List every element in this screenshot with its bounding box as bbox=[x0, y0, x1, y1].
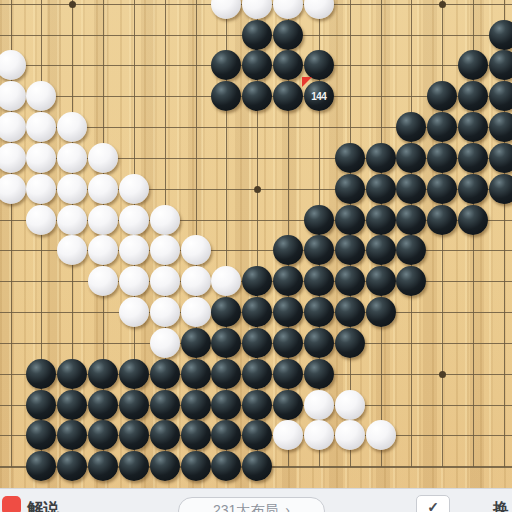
stone-black bbox=[396, 235, 426, 265]
stone-black bbox=[273, 266, 303, 296]
stone-black bbox=[335, 328, 365, 358]
stone-black bbox=[396, 143, 426, 173]
star-point bbox=[69, 1, 76, 8]
stone-black bbox=[273, 328, 303, 358]
stone-white bbox=[150, 266, 180, 296]
stone-black bbox=[88, 359, 118, 389]
stone-black bbox=[242, 50, 272, 80]
stone-black bbox=[304, 50, 334, 80]
bottom-toolbar: 解说 231大布局 › ✓ 换 bbox=[0, 488, 512, 512]
stone-black bbox=[489, 174, 512, 204]
stone-white bbox=[26, 174, 56, 204]
stone-black bbox=[458, 174, 488, 204]
stone-black-last-move: 144 bbox=[304, 81, 334, 111]
commentary-label: 解说 bbox=[27, 499, 59, 512]
stone-black bbox=[366, 266, 396, 296]
check-icon: ✓ bbox=[427, 499, 439, 512]
stone-black bbox=[458, 205, 488, 235]
stone-black bbox=[304, 359, 334, 389]
stone-white bbox=[150, 328, 180, 358]
stone-black bbox=[211, 390, 241, 420]
stone-black bbox=[396, 266, 426, 296]
stone-black bbox=[242, 390, 272, 420]
stone-black bbox=[57, 451, 87, 481]
stone-white bbox=[273, 420, 303, 450]
stone-black bbox=[181, 328, 211, 358]
stone-white bbox=[88, 235, 118, 265]
stone-black bbox=[273, 359, 303, 389]
game-title-pill-button[interactable]: 231大布局 › bbox=[178, 497, 325, 512]
stone-black bbox=[150, 420, 180, 450]
stone-white bbox=[119, 235, 149, 265]
stone-black bbox=[211, 420, 241, 450]
stone-white bbox=[26, 143, 56, 173]
stone-black bbox=[489, 112, 512, 142]
stone-white bbox=[181, 266, 211, 296]
stone-white bbox=[335, 420, 365, 450]
stone-black bbox=[427, 205, 457, 235]
stone-black bbox=[335, 205, 365, 235]
stone-black bbox=[242, 359, 272, 389]
stone-black bbox=[304, 297, 334, 327]
stone-white bbox=[242, 0, 272, 19]
stone-white bbox=[150, 297, 180, 327]
stone-white bbox=[304, 390, 334, 420]
stone-black bbox=[88, 420, 118, 450]
stone-black bbox=[335, 143, 365, 173]
stone-black bbox=[211, 328, 241, 358]
stone-black bbox=[366, 205, 396, 235]
stone-black bbox=[427, 81, 457, 111]
stone-white bbox=[150, 205, 180, 235]
stone-black bbox=[427, 174, 457, 204]
stone-black bbox=[335, 266, 365, 296]
stone-black bbox=[396, 205, 426, 235]
stone-white bbox=[88, 205, 118, 235]
stone-black bbox=[181, 359, 211, 389]
chevron-right-icon: › bbox=[285, 502, 290, 512]
stone-white bbox=[119, 205, 149, 235]
stone-black bbox=[273, 50, 303, 80]
stone-white bbox=[57, 143, 87, 173]
stone-white bbox=[211, 266, 241, 296]
stone-white bbox=[211, 0, 241, 19]
stone-black bbox=[57, 359, 87, 389]
stone-black bbox=[427, 112, 457, 142]
stone-black bbox=[273, 235, 303, 265]
stone-black bbox=[489, 81, 512, 111]
stone-white bbox=[273, 0, 303, 19]
stone-black bbox=[304, 266, 334, 296]
stone-white bbox=[181, 235, 211, 265]
stone-white bbox=[304, 0, 334, 19]
stone-black bbox=[458, 50, 488, 80]
stone-black bbox=[273, 390, 303, 420]
stone-black bbox=[242, 328, 272, 358]
stone-black bbox=[119, 390, 149, 420]
stone-white bbox=[26, 205, 56, 235]
stone-black bbox=[304, 328, 334, 358]
stone-black bbox=[181, 390, 211, 420]
stone-black bbox=[242, 81, 272, 111]
stone-black bbox=[119, 359, 149, 389]
stone-white bbox=[119, 174, 149, 204]
stone-black bbox=[304, 235, 334, 265]
stone-white bbox=[26, 81, 56, 111]
stone-black bbox=[150, 390, 180, 420]
stone-black bbox=[150, 359, 180, 389]
stone-white bbox=[0, 81, 26, 111]
stone-black bbox=[335, 174, 365, 204]
stone-black bbox=[366, 174, 396, 204]
go-board[interactable]: 144 bbox=[0, 0, 512, 512]
stone-black bbox=[211, 81, 241, 111]
star-point bbox=[254, 186, 261, 193]
star-point bbox=[439, 371, 446, 378]
stone-black bbox=[366, 297, 396, 327]
stone-white bbox=[88, 266, 118, 296]
stone-black bbox=[242, 20, 272, 50]
stone-white bbox=[119, 266, 149, 296]
stone-black bbox=[458, 81, 488, 111]
stone-white bbox=[0, 143, 26, 173]
stone-black bbox=[211, 297, 241, 327]
stone-black bbox=[88, 390, 118, 420]
stone-black bbox=[396, 112, 426, 142]
stone-white bbox=[0, 112, 26, 142]
stone-black bbox=[211, 451, 241, 481]
stone-black bbox=[242, 297, 272, 327]
game-title-label: 231大布局 bbox=[213, 502, 278, 512]
stone-white bbox=[335, 390, 365, 420]
stone-black bbox=[366, 235, 396, 265]
stone-black bbox=[304, 205, 334, 235]
stone-black bbox=[427, 143, 457, 173]
stone-black bbox=[119, 451, 149, 481]
stone-black bbox=[273, 81, 303, 111]
stone-black bbox=[26, 451, 56, 481]
stone-black bbox=[335, 297, 365, 327]
stone-black bbox=[458, 143, 488, 173]
star-point bbox=[439, 1, 446, 8]
stone-black bbox=[489, 20, 512, 50]
stone-black bbox=[489, 143, 512, 173]
stone-white bbox=[26, 112, 56, 142]
stone-white bbox=[57, 174, 87, 204]
stone-black bbox=[119, 420, 149, 450]
stone-black bbox=[335, 235, 365, 265]
stone-white bbox=[57, 205, 87, 235]
stone-black bbox=[273, 297, 303, 327]
stone-black bbox=[150, 451, 180, 481]
stone-white bbox=[88, 143, 118, 173]
stone-black bbox=[181, 451, 211, 481]
stone-black bbox=[211, 50, 241, 80]
stone-black bbox=[242, 451, 272, 481]
stone-black bbox=[26, 390, 56, 420]
swap-game-label[interactable]: 换 bbox=[493, 499, 509, 512]
stone-white bbox=[366, 420, 396, 450]
stone-black bbox=[57, 390, 87, 420]
stone-black bbox=[242, 420, 272, 450]
stone-black bbox=[273, 20, 303, 50]
check-button[interactable]: ✓ bbox=[416, 495, 450, 512]
stone-black bbox=[211, 359, 241, 389]
stone-white bbox=[57, 112, 87, 142]
stone-black bbox=[26, 359, 56, 389]
stone-white bbox=[57, 235, 87, 265]
stone-black bbox=[489, 50, 512, 80]
stone-white bbox=[0, 50, 26, 80]
live-commentary-icon[interactable] bbox=[2, 496, 21, 512]
stone-white bbox=[119, 297, 149, 327]
stone-black bbox=[26, 420, 56, 450]
stone-black bbox=[88, 451, 118, 481]
stone-white bbox=[150, 235, 180, 265]
stone-black bbox=[458, 112, 488, 142]
go-app-screen: 144 解说 231大布局 › ✓ 换 bbox=[0, 0, 512, 512]
stone-white bbox=[304, 420, 334, 450]
stone-white bbox=[181, 297, 211, 327]
stone-black bbox=[366, 143, 396, 173]
stone-white bbox=[88, 174, 118, 204]
stone-white bbox=[0, 174, 26, 204]
stone-black bbox=[57, 420, 87, 450]
stone-black bbox=[396, 174, 426, 204]
stone-black bbox=[242, 266, 272, 296]
move-number-label: 144 bbox=[304, 81, 334, 111]
stone-black bbox=[181, 420, 211, 450]
